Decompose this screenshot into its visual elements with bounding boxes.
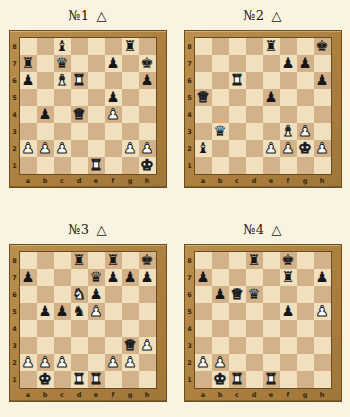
square-g8: [297, 38, 314, 55]
black-rook: ♜: [73, 252, 86, 269]
square-a4: [20, 106, 37, 123]
square-e2: [88, 140, 105, 157]
black-king: ♚: [141, 252, 154, 269]
square-d7: [246, 269, 263, 286]
rank-labels: 87654321: [10, 38, 20, 174]
white-to-move-icon: △: [272, 223, 283, 236]
square-f4: ♟: [105, 106, 122, 123]
square-h3: [314, 337, 331, 354]
square-a6: [20, 286, 37, 303]
rank-label-8: 8: [185, 38, 195, 55]
white-pawn: ♟: [124, 354, 137, 371]
square-a8: [20, 252, 37, 269]
square-g7: [297, 269, 314, 286]
square-b6: [212, 72, 229, 89]
black-king: ♚: [316, 38, 329, 55]
square-h4: [314, 106, 331, 123]
square-f6: [280, 286, 297, 303]
square-c6: ♜: [229, 72, 246, 89]
black-pawn: ♟: [39, 106, 52, 123]
diagram-number: №1: [68, 8, 90, 23]
square-g4: [122, 106, 139, 123]
square-g3: [297, 337, 314, 354]
square-b8: [212, 38, 229, 55]
square-d1: ♜: [71, 371, 88, 388]
square-g1: [122, 371, 139, 388]
file-label-c: c: [229, 174, 246, 187]
square-c3: [54, 123, 71, 140]
white-rook: ♜: [90, 371, 103, 388]
square-g7: ♟: [122, 269, 139, 286]
black-queen: ♛: [214, 123, 227, 140]
square-c4: [229, 106, 246, 123]
square-d3: [71, 337, 88, 354]
file-label-e: e: [88, 174, 105, 187]
square-f5: ♟: [280, 303, 297, 320]
rank-label-6: 6: [10, 72, 20, 89]
diagram-3-label: №3 △: [68, 222, 107, 237]
black-pawn: ♟: [214, 286, 227, 303]
square-c7: [54, 269, 71, 286]
rank-label-4: 4: [185, 320, 195, 337]
square-e1: ♜: [88, 371, 105, 388]
square-b1: ♚: [212, 371, 229, 388]
square-b5: [212, 89, 229, 106]
rank-label-7: 7: [10, 55, 20, 72]
file-label-c: c: [54, 388, 71, 401]
black-rook: ♜: [22, 55, 35, 72]
square-d7: [246, 55, 263, 72]
square-a3: [20, 123, 37, 140]
square-a2: ♝: [195, 140, 212, 157]
white-pawn: ♟: [39, 354, 52, 371]
square-f4: [105, 320, 122, 337]
white-bishop: ♝: [282, 123, 295, 140]
square-c6: [54, 286, 71, 303]
square-c5: [229, 303, 246, 320]
square-f7: ♟: [105, 269, 122, 286]
square-h6: [314, 286, 331, 303]
file-labels: abcdefgh: [195, 388, 331, 401]
square-h3: ♟: [139, 337, 156, 354]
square-c4: [54, 320, 71, 337]
rank-label-4: 4: [10, 106, 20, 123]
square-b3: ♛: [212, 123, 229, 140]
rank-label-2: 2: [10, 140, 20, 157]
square-f7: ♜: [280, 269, 297, 286]
square-a3: [195, 123, 212, 140]
square-c6: ♛: [229, 286, 246, 303]
square-b2: ♟: [212, 354, 229, 371]
white-pawn: ♟: [56, 140, 69, 157]
black-pawn: ♟: [265, 89, 278, 106]
diagram-2: №2 △ 87654321 ♜♚♟♟♜♟♛♟♛♝♟♝♟♟♚♟ abcdefgh: [175, 6, 350, 188]
square-g2: ♚: [297, 140, 314, 157]
file-label-e: e: [88, 388, 105, 401]
black-pawn: ♟: [316, 269, 329, 286]
square-g3: ♟: [297, 123, 314, 140]
square-f2: [280, 354, 297, 371]
square-g7: [122, 55, 139, 72]
square-c8: ♝: [54, 38, 71, 55]
square-b8: [212, 252, 229, 269]
square-a1: [20, 371, 37, 388]
rank-label-8: 8: [185, 252, 195, 269]
rank-label-5: 5: [10, 89, 20, 106]
square-g4: [297, 320, 314, 337]
diagram-4: №4 △ 87654321 ♜♚♟♜♟♟♛♛♟♟♟♟♚♜♜ abcdefgh: [175, 220, 350, 402]
square-c5: [229, 89, 246, 106]
square-h3: [314, 123, 331, 140]
square-a4: [195, 106, 212, 123]
black-pawn: ♟: [90, 286, 103, 303]
diagram-number: №3: [68, 222, 90, 237]
black-pawn: ♟: [299, 55, 312, 72]
black-pawn: ♟: [197, 269, 210, 286]
file-label-f: f: [105, 174, 122, 187]
board-squares: ♝♜♜♛♟♚♟♝♜♟♟♟♛♟♟♟♟♟♟♜♚: [20, 38, 156, 174]
black-pawn: ♟: [56, 303, 69, 320]
square-h8: ♚: [139, 252, 156, 269]
square-e1: ♜: [263, 371, 280, 388]
square-e1: ♜: [88, 157, 105, 174]
square-c5: ♟: [54, 303, 71, 320]
square-a7: ♟: [195, 269, 212, 286]
file-label-g: g: [297, 388, 314, 401]
file-label-d: d: [71, 174, 88, 187]
file-label-b: b: [37, 174, 54, 187]
rank-label-2: 2: [10, 354, 20, 371]
square-h6: ♟: [139, 72, 156, 89]
square-e1: [263, 157, 280, 174]
square-a1: [195, 157, 212, 174]
square-f5: [280, 89, 297, 106]
black-bishop: ♝: [56, 38, 69, 55]
square-f8: [280, 38, 297, 55]
file-label-d: d: [246, 174, 263, 187]
square-h5: ♟: [314, 303, 331, 320]
white-queen: ♛: [197, 89, 210, 106]
square-b1: [37, 157, 54, 174]
chess-board-3: 87654321 ♜♜♚♟♛♟♟♟♞♟♟♟♞♟♛♟♟♟♟♟♟♚♜♜ abcdef…: [9, 244, 167, 402]
square-f2: ♟: [105, 354, 122, 371]
chess-board-1: 87654321 ♝♜♜♛♟♚♟♝♜♟♟♟♛♟♟♟♟♟♟♜♚ abcdefgh: [9, 30, 167, 188]
square-f8: [105, 38, 122, 55]
white-pawn: ♟: [56, 354, 69, 371]
black-rook: ♜: [248, 252, 261, 269]
square-e7: [88, 55, 105, 72]
white-pawn: ♟: [22, 354, 35, 371]
square-f1: [105, 371, 122, 388]
white-rook: ♜: [73, 371, 86, 388]
square-d4: [246, 320, 263, 337]
black-pawn: ♟: [22, 269, 35, 286]
square-g5: [297, 303, 314, 320]
square-g4: [122, 320, 139, 337]
white-king: ♚: [39, 371, 52, 388]
square-c2: ♟: [54, 354, 71, 371]
file-label-g: g: [122, 174, 139, 187]
black-queen: ♛: [248, 286, 261, 303]
white-rook: ♜: [90, 157, 103, 174]
square-g4: [297, 106, 314, 123]
rank-labels: 87654321: [10, 252, 20, 388]
black-pawn: ♟: [124, 269, 137, 286]
square-g7: ♟: [297, 55, 314, 72]
rank-label-3: 3: [185, 123, 195, 140]
square-f6: [105, 286, 122, 303]
square-a8: [195, 252, 212, 269]
square-h3: [139, 123, 156, 140]
square-a3: [195, 337, 212, 354]
file-label-c: c: [54, 174, 71, 187]
square-h6: [139, 286, 156, 303]
square-g6: [122, 286, 139, 303]
square-f6: [105, 72, 122, 89]
square-e6: [263, 72, 280, 89]
black-pawn: ♟: [107, 89, 120, 106]
file-label-f: f: [280, 174, 297, 187]
file-labels: abcdefgh: [195, 174, 331, 187]
square-d7: [71, 55, 88, 72]
white-king: ♚: [141, 157, 154, 174]
file-label-f: f: [105, 388, 122, 401]
square-g2: [297, 354, 314, 371]
square-h1: [314, 371, 331, 388]
square-e5: [263, 303, 280, 320]
square-e4: [263, 106, 280, 123]
square-e8: [88, 252, 105, 269]
square-a3: [20, 337, 37, 354]
square-g6: [122, 72, 139, 89]
white-rook: ♜: [231, 72, 244, 89]
rank-label-7: 7: [185, 55, 195, 72]
file-label-e: e: [263, 174, 280, 187]
black-queen: ♛: [56, 55, 69, 72]
square-h5: [314, 89, 331, 106]
square-e2: [263, 354, 280, 371]
white-pawn: ♟: [316, 303, 329, 320]
black-pawn: ♟: [39, 303, 52, 320]
square-a1: [195, 371, 212, 388]
file-label-h: h: [139, 174, 156, 187]
white-pawn: ♟: [214, 354, 227, 371]
square-g8: ♜: [122, 38, 139, 55]
square-b5: [37, 89, 54, 106]
file-label-e: e: [263, 388, 280, 401]
square-c7: [229, 55, 246, 72]
square-g1: [297, 157, 314, 174]
square-c3: [229, 123, 246, 140]
square-d8: ♜: [71, 252, 88, 269]
square-e6: [263, 286, 280, 303]
square-a6: ♟: [20, 72, 37, 89]
rank-label-2: 2: [185, 140, 195, 157]
square-b3: [37, 337, 54, 354]
black-knight: ♞: [73, 303, 86, 320]
white-queen: ♛: [73, 106, 86, 123]
square-c3: [54, 337, 71, 354]
file-label-h: h: [314, 388, 331, 401]
square-c6: ♝: [54, 72, 71, 89]
square-b7: [212, 55, 229, 72]
rank-label-5: 5: [185, 89, 195, 106]
square-a4: [20, 320, 37, 337]
square-g5: [122, 89, 139, 106]
file-label-b: b: [212, 388, 229, 401]
square-h4: [314, 320, 331, 337]
square-g1: [297, 371, 314, 388]
square-a5: [20, 89, 37, 106]
square-f8: ♚: [280, 252, 297, 269]
square-a7: ♜: [20, 55, 37, 72]
black-pawn: ♟: [141, 72, 154, 89]
white-pawn: ♟: [197, 354, 210, 371]
square-f1: [105, 157, 122, 174]
square-a7: [195, 55, 212, 72]
square-h2: [314, 354, 331, 371]
square-g5: [297, 89, 314, 106]
black-pawn: ♟: [107, 55, 120, 72]
black-pawn: ♟: [107, 269, 120, 286]
square-d1: [71, 157, 88, 174]
square-b6: [37, 72, 54, 89]
square-e7: ♛: [88, 269, 105, 286]
square-f8: ♜: [105, 252, 122, 269]
white-rook: ♜: [265, 371, 278, 388]
square-f1: [280, 157, 297, 174]
square-d3: [246, 337, 263, 354]
square-c4: [229, 320, 246, 337]
white-pawn: ♟: [282, 140, 295, 157]
square-d4: [71, 320, 88, 337]
white-queen: ♛: [231, 286, 244, 303]
diagram-number: №4: [243, 222, 265, 237]
square-e4: [88, 106, 105, 123]
square-c2: [229, 140, 246, 157]
square-f2: [105, 140, 122, 157]
file-labels: abcdefgh: [20, 388, 156, 401]
black-queen: ♛: [90, 269, 103, 286]
rank-labels: 87654321: [185, 252, 195, 388]
rank-label-5: 5: [185, 303, 195, 320]
square-h6: ♟: [314, 72, 331, 89]
black-pawn: ♟: [282, 303, 295, 320]
square-f3: [105, 123, 122, 140]
square-a1: [20, 157, 37, 174]
black-pawn: ♟: [141, 269, 154, 286]
square-e4: [88, 320, 105, 337]
file-label-a: a: [20, 388, 37, 401]
square-h1: ♚: [139, 157, 156, 174]
square-h2: [139, 354, 156, 371]
square-a4: [195, 320, 212, 337]
square-g3: [122, 123, 139, 140]
square-h5: [139, 89, 156, 106]
square-b3: [37, 123, 54, 140]
square-h7: ♟: [314, 269, 331, 286]
square-b7: [212, 269, 229, 286]
square-b4: [212, 106, 229, 123]
square-e8: [88, 38, 105, 55]
square-d6: ♛: [246, 286, 263, 303]
square-e2: ♟: [263, 140, 280, 157]
square-d6: [246, 72, 263, 89]
square-e7: [263, 269, 280, 286]
black-bishop: ♝: [197, 140, 210, 157]
file-label-g: g: [122, 388, 139, 401]
square-a6: [195, 72, 212, 89]
square-h4: [139, 320, 156, 337]
diagram-1-label: №1 △: [68, 8, 107, 23]
square-f1: [280, 371, 297, 388]
square-f3: [105, 337, 122, 354]
square-e6: ♟: [88, 286, 105, 303]
white-pawn: ♟: [299, 123, 312, 140]
file-label-h: h: [139, 388, 156, 401]
square-g2: ♟: [122, 354, 139, 371]
square-h5: [139, 303, 156, 320]
square-f3: [280, 337, 297, 354]
rank-label-6: 6: [185, 72, 195, 89]
diagram-2-label: №2 △: [243, 8, 282, 23]
square-h4: [139, 106, 156, 123]
square-e6: [88, 72, 105, 89]
square-d2: [71, 354, 88, 371]
black-pawn: ♟: [22, 72, 35, 89]
square-c2: ♟: [54, 140, 71, 157]
file-label-b: b: [212, 174, 229, 187]
white-pawn: ♟: [22, 140, 35, 157]
square-f7: ♟: [280, 55, 297, 72]
white-to-move-icon: △: [97, 9, 108, 22]
file-labels: abcdefgh: [20, 174, 156, 187]
black-king: ♚: [282, 252, 295, 269]
square-e5: ♟: [263, 89, 280, 106]
square-c1: [54, 371, 71, 388]
diagram-4-label: №4 △: [243, 222, 282, 237]
square-d4: ♛: [71, 106, 88, 123]
square-e3: [263, 337, 280, 354]
square-a2: ♟: [195, 354, 212, 371]
file-label-d: d: [71, 388, 88, 401]
square-h7: ♚: [139, 55, 156, 72]
white-to-move-icon: △: [97, 223, 108, 236]
square-f4: [280, 106, 297, 123]
square-c4: [54, 106, 71, 123]
square-e8: [263, 252, 280, 269]
black-pawn: ♟: [282, 55, 295, 72]
rank-label-4: 4: [185, 106, 195, 123]
square-d8: ♜: [246, 252, 263, 269]
square-c8: [229, 252, 246, 269]
square-b4: ♟: [37, 106, 54, 123]
chess-board-4: 87654321 ♜♚♟♜♟♟♛♛♟♟♟♟♚♜♜ abcdefgh: [184, 244, 342, 402]
square-c7: ♛: [54, 55, 71, 72]
black-rook: ♜: [107, 252, 120, 269]
square-d7: [71, 269, 88, 286]
square-d8: [71, 38, 88, 55]
square-d6: ♞: [71, 286, 88, 303]
square-b4: [37, 320, 54, 337]
square-b1: [212, 157, 229, 174]
file-label-a: a: [195, 174, 212, 187]
square-e2: [88, 354, 105, 371]
square-c7: [229, 269, 246, 286]
rank-label-8: 8: [10, 38, 20, 55]
file-label-f: f: [280, 388, 297, 401]
white-king: ♚: [214, 371, 227, 388]
